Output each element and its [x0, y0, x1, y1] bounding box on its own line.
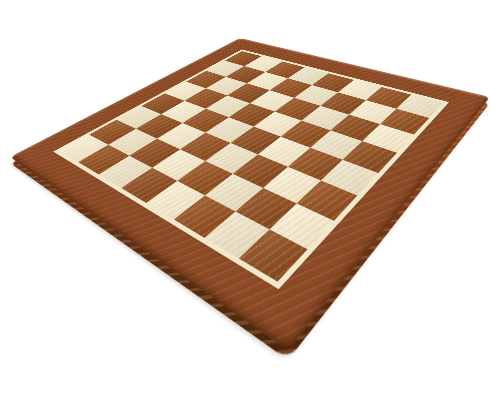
board-grid — [59, 51, 443, 282]
board-border-line — [53, 49, 449, 289]
product-photo — [0, 0, 500, 400]
